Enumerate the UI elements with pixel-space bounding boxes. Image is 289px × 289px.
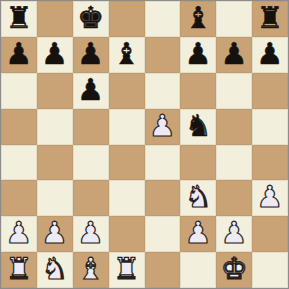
chess-board: ♜♚♝♜♟♟♟♝♟♟♟♟♟♞♞♟♟♟♟♟♟♜♞♝♜♚ [1,1,288,288]
square-d6[interactable] [109,73,145,109]
square-e7[interactable] [145,37,181,73]
square-a5[interactable] [1,109,37,145]
square-e4[interactable] [145,145,181,181]
square-c3[interactable] [73,180,109,216]
square-a1[interactable]: ♜ [1,252,37,288]
piece-black-pawn[interactable]: ♟ [77,39,104,69]
square-c6[interactable]: ♟ [73,73,109,109]
square-a2[interactable]: ♟ [1,216,37,252]
piece-black-bishop[interactable]: ♝ [185,3,212,33]
square-f7[interactable]: ♟ [180,37,216,73]
square-a6[interactable] [1,73,37,109]
square-b2[interactable]: ♟ [37,216,73,252]
piece-black-rook[interactable]: ♜ [257,3,284,33]
piece-white-pawn[interactable]: ♟ [149,111,176,141]
piece-white-knight[interactable]: ♞ [41,254,68,284]
square-f2[interactable]: ♟ [180,216,216,252]
piece-white-knight[interactable]: ♞ [185,182,212,212]
square-d3[interactable] [109,180,145,216]
piece-white-pawn[interactable]: ♟ [257,182,284,212]
square-f4[interactable] [180,145,216,181]
square-f5[interactable]: ♞ [180,109,216,145]
piece-white-pawn[interactable]: ♟ [41,218,68,248]
piece-black-knight[interactable]: ♞ [185,111,212,141]
square-e3[interactable] [145,180,181,216]
square-b8[interactable] [37,1,73,37]
square-c8[interactable]: ♚ [73,1,109,37]
square-h2[interactable] [252,216,288,252]
square-b6[interactable] [37,73,73,109]
square-e5[interactable]: ♟ [145,109,181,145]
square-d7[interactable]: ♝ [109,37,145,73]
piece-black-pawn[interactable]: ♟ [5,39,32,69]
square-b4[interactable] [37,145,73,181]
piece-white-pawn[interactable]: ♟ [185,218,212,248]
square-f1[interactable] [180,252,216,288]
piece-white-pawn[interactable]: ♟ [5,218,32,248]
piece-white-rook[interactable]: ♜ [113,254,140,284]
square-b7[interactable]: ♟ [37,37,73,73]
square-g3[interactable] [216,180,252,216]
square-c2[interactable]: ♟ [73,216,109,252]
square-e6[interactable] [145,73,181,109]
square-g2[interactable]: ♟ [216,216,252,252]
piece-black-pawn[interactable]: ♟ [185,39,212,69]
square-a7[interactable]: ♟ [1,37,37,73]
square-g8[interactable] [216,1,252,37]
square-h4[interactable] [252,145,288,181]
square-f6[interactable] [180,73,216,109]
square-g7[interactable]: ♟ [216,37,252,73]
square-h6[interactable] [252,73,288,109]
piece-black-pawn[interactable]: ♟ [221,39,248,69]
piece-white-pawn[interactable]: ♟ [77,218,104,248]
square-a3[interactable] [1,180,37,216]
square-a8[interactable]: ♜ [1,1,37,37]
square-e1[interactable] [145,252,181,288]
piece-black-bishop[interactable]: ♝ [113,39,140,69]
square-f3[interactable]: ♞ [180,180,216,216]
square-h5[interactable] [252,109,288,145]
square-d8[interactable] [109,1,145,37]
piece-white-king[interactable]: ♚ [221,254,248,284]
piece-white-pawn[interactable]: ♟ [221,218,248,248]
chess-board-frame: ♜♚♝♜♟♟♟♝♟♟♟♟♟♞♞♟♟♟♟♟♟♜♞♝♜♚ [0,0,289,289]
square-g1[interactable]: ♚ [216,252,252,288]
square-d4[interactable] [109,145,145,181]
square-h1[interactable] [252,252,288,288]
square-d5[interactable] [109,109,145,145]
square-b3[interactable] [37,180,73,216]
square-e2[interactable] [145,216,181,252]
piece-white-rook[interactable]: ♜ [5,254,32,284]
square-c1[interactable]: ♝ [73,252,109,288]
square-e8[interactable] [145,1,181,37]
piece-black-pawn[interactable]: ♟ [257,39,284,69]
piece-white-bishop[interactable]: ♝ [77,254,104,284]
piece-black-king[interactable]: ♚ [77,3,104,33]
piece-black-rook[interactable]: ♜ [5,3,32,33]
square-b1[interactable]: ♞ [37,252,73,288]
square-g6[interactable] [216,73,252,109]
square-d2[interactable] [109,216,145,252]
square-h8[interactable]: ♜ [252,1,288,37]
square-h7[interactable]: ♟ [252,37,288,73]
square-g5[interactable] [216,109,252,145]
square-f8[interactable]: ♝ [180,1,216,37]
piece-black-pawn[interactable]: ♟ [77,75,104,105]
square-d1[interactable]: ♜ [109,252,145,288]
square-c5[interactable] [73,109,109,145]
square-c7[interactable]: ♟ [73,37,109,73]
square-c4[interactable] [73,145,109,181]
piece-black-pawn[interactable]: ♟ [41,39,68,69]
square-a4[interactable] [1,145,37,181]
square-h3[interactable]: ♟ [252,180,288,216]
square-b5[interactable] [37,109,73,145]
square-g4[interactable] [216,145,252,181]
